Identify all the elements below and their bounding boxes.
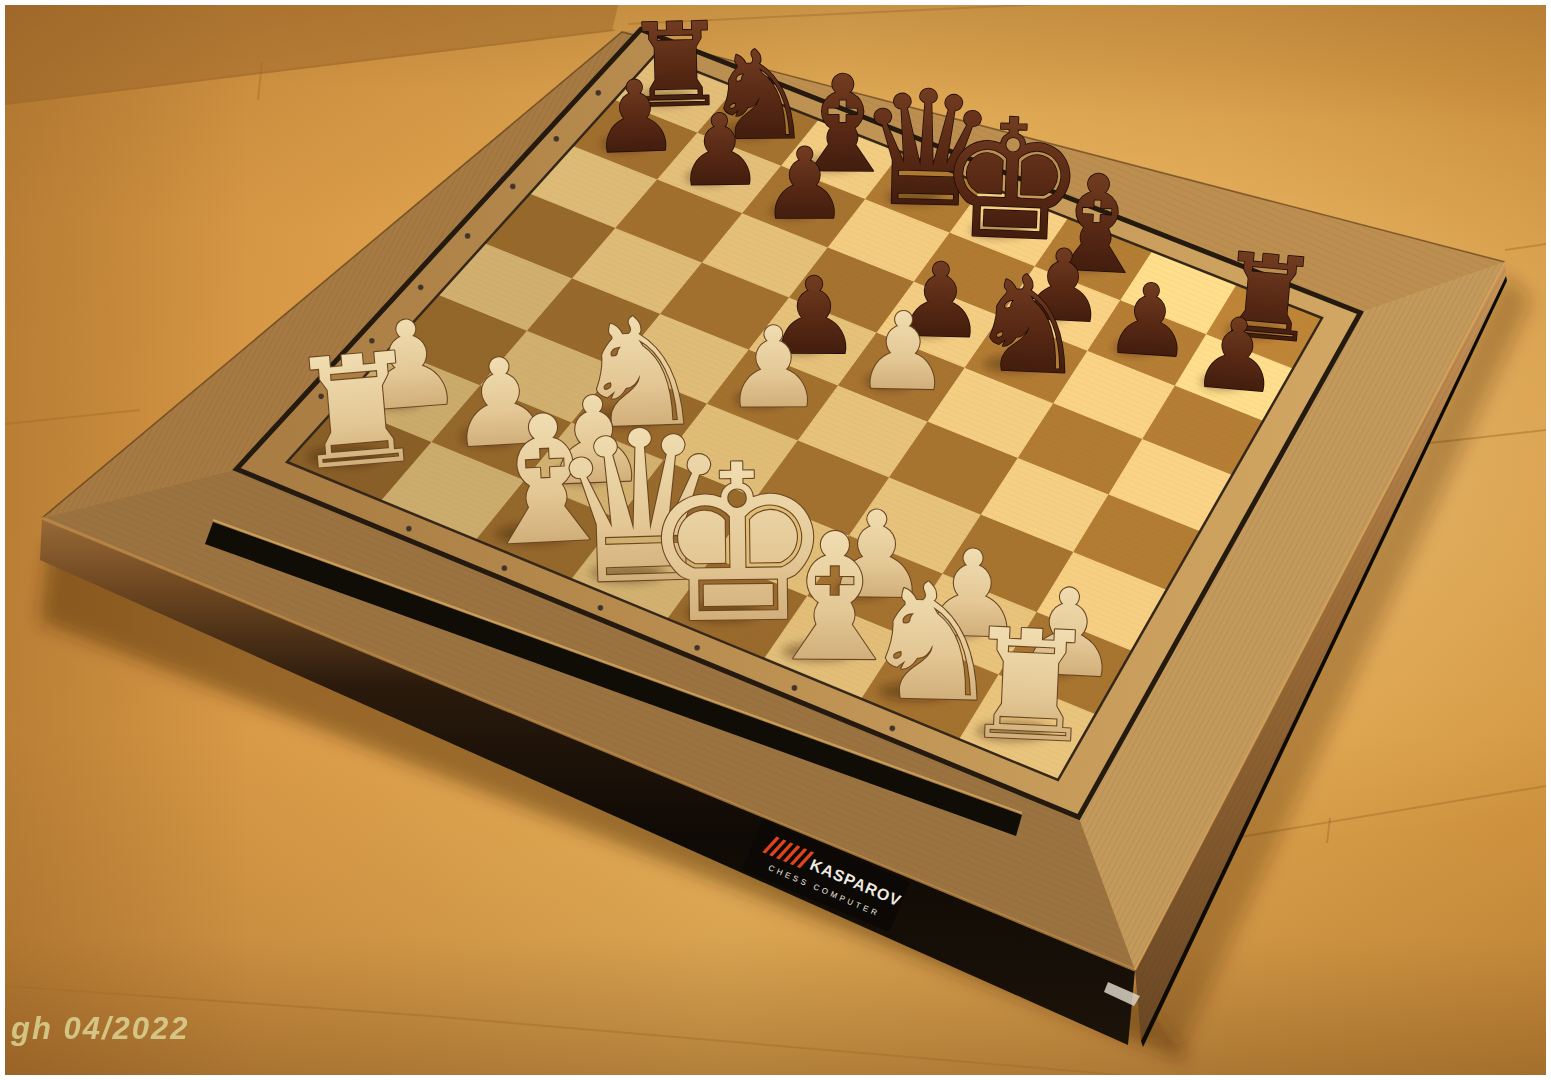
watermark: gh 04/2022 — [11, 1011, 190, 1047]
screw-dot — [465, 233, 471, 239]
piece-white-rook-a1[interactable]: ♜ — [282, 319, 432, 506]
screw-dot — [418, 284, 424, 290]
chess-computer-board: KASPAROVCHESS COMPUTER♜♞♟♝♟♛♟♚♝♟♟♜♟♟♞♟♟♟… — [5, 5, 1546, 1075]
scene: KASPAROVCHESS COMPUTER♜♞♟♝♟♛♟♚♝♟♟♜♟♟♞♟♟♟… — [5, 5, 1546, 1075]
piece-white-pawn-e5[interactable]: ♟ — [854, 289, 951, 414]
floor-plank-seam — [430, 1016, 1120, 1075]
screw-dot — [553, 136, 559, 142]
piece-black-pawn-a7[interactable]: ♟ — [590, 59, 681, 176]
floor-plank-seam — [5, 410, 140, 424]
screw-dot — [406, 526, 412, 532]
piece-black-pawn-b7[interactable]: ♟ — [675, 93, 765, 208]
piece-black-pawn-c7[interactable]: ♟ — [761, 127, 849, 241]
piece-black-knight-f6[interactable]: ♞ — [966, 246, 1092, 405]
piece-black-pawn-h7[interactable]: ♟ — [1188, 294, 1285, 415]
screw-dot — [510, 183, 516, 189]
piece-white-rook-h1[interactable]: ♜ — [959, 596, 1102, 778]
piece-black-pawn-g7[interactable]: ♟ — [1102, 260, 1197, 380]
floor-plank-seam — [1505, 244, 1546, 250]
photo-frame: KASPAROVCHESS COMPUTER♜♞♟♝♟♛♟♚♝♟♟♜♟♟♞♟♟♟… — [0, 0, 1551, 1080]
floor-dark-plank — [5, 5, 618, 105]
piece-white-pawn-d4[interactable]: ♟ — [723, 303, 823, 433]
